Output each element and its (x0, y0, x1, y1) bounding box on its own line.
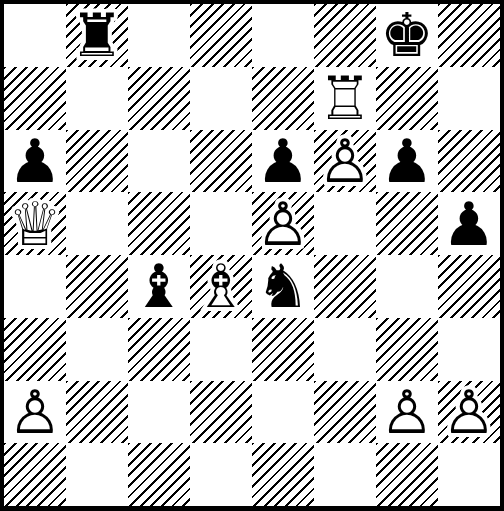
piece-halo: ♚ (376, 4, 438, 67)
square-f3[interactable] (314, 318, 376, 381)
square-c8[interactable] (128, 4, 190, 67)
square-e8[interactable] (252, 4, 314, 67)
square-c3[interactable] (128, 318, 190, 381)
square-d6[interactable] (190, 130, 252, 193)
piece-halo: ♟ (252, 192, 314, 255)
square-g5[interactable] (376, 192, 438, 255)
square-c4[interactable]: ♝♝ (128, 255, 190, 318)
piece-black-king: ♚ (376, 4, 438, 67)
square-e1[interactable] (252, 443, 314, 506)
square-b3[interactable] (66, 318, 128, 381)
piece-white-rook: ♖ (314, 67, 376, 130)
square-e5[interactable]: ♟♙ (252, 192, 314, 255)
square-f6[interactable]: ♟♙ (314, 130, 376, 193)
square-d8[interactable] (190, 4, 252, 67)
piece-halo: ♟ (438, 381, 500, 444)
piece-black-bishop: ♝ (128, 255, 190, 318)
piece-halo: ♟ (252, 130, 314, 193)
square-a2[interactable]: ♟♙ (4, 381, 66, 444)
piece-white-pawn: ♙ (4, 381, 66, 444)
square-b7[interactable] (66, 67, 128, 130)
square-e2[interactable] (252, 381, 314, 444)
square-h6[interactable] (438, 130, 500, 193)
piece-black-rook: ♜ (66, 4, 128, 67)
square-a3[interactable] (4, 318, 66, 381)
square-d5[interactable] (190, 192, 252, 255)
square-c2[interactable] (128, 381, 190, 444)
square-h4[interactable] (438, 255, 500, 318)
square-g7[interactable] (376, 67, 438, 130)
square-d2[interactable] (190, 381, 252, 444)
piece-halo: ♝ (190, 255, 252, 318)
square-h1[interactable] (438, 443, 500, 506)
square-g6[interactable]: ♟♟ (376, 130, 438, 193)
piece-halo: ♟ (314, 130, 376, 193)
square-a4[interactable] (4, 255, 66, 318)
square-f8[interactable] (314, 4, 376, 67)
square-d7[interactable] (190, 67, 252, 130)
square-h2[interactable]: ♟♙ (438, 381, 500, 444)
piece-black-pawn: ♟ (438, 192, 500, 255)
square-e4[interactable]: ♞♞ (252, 255, 314, 318)
square-e6[interactable]: ♟♟ (252, 130, 314, 193)
square-c5[interactable] (128, 192, 190, 255)
piece-black-knight: ♞ (252, 255, 314, 318)
square-h3[interactable] (438, 318, 500, 381)
square-g2[interactable]: ♟♙ (376, 381, 438, 444)
square-a1[interactable] (4, 443, 66, 506)
chess-board: ♜♜♚♚♜♖♟♟♟♟♟♙♟♟♛♕♟♙♟♟♝♝♝♗♞♞♟♙♟♙♟♙ (0, 0, 504, 511)
square-c6[interactable] (128, 130, 190, 193)
square-e3[interactable] (252, 318, 314, 381)
square-d1[interactable] (190, 443, 252, 506)
square-g8[interactable]: ♚♚ (376, 4, 438, 67)
piece-halo: ♜ (314, 67, 376, 130)
chess-diagram: ♜♜♚♚♜♖♟♟♟♟♟♙♟♟♛♕♟♙♟♟♝♝♝♗♞♞♟♙♟♙♟♙ (0, 0, 504, 511)
square-f5[interactable] (314, 192, 376, 255)
piece-halo: ♟ (4, 381, 66, 444)
square-c1[interactable] (128, 443, 190, 506)
square-g4[interactable] (376, 255, 438, 318)
square-d4[interactable]: ♝♗ (190, 255, 252, 318)
piece-white-pawn: ♙ (314, 130, 376, 193)
square-f4[interactable] (314, 255, 376, 318)
piece-white-pawn: ♙ (376, 381, 438, 444)
piece-halo: ♟ (438, 192, 500, 255)
square-b4[interactable] (66, 255, 128, 318)
square-c7[interactable] (128, 67, 190, 130)
square-a6[interactable]: ♟♟ (4, 130, 66, 193)
piece-black-pawn: ♟ (4, 130, 66, 193)
square-a8[interactable] (4, 4, 66, 67)
piece-halo: ♟ (4, 130, 66, 193)
piece-black-pawn: ♟ (252, 130, 314, 193)
square-f2[interactable] (314, 381, 376, 444)
piece-white-pawn: ♙ (252, 192, 314, 255)
piece-white-queen: ♕ (4, 192, 66, 255)
square-d3[interactable] (190, 318, 252, 381)
piece-halo: ♝ (128, 255, 190, 318)
square-b1[interactable] (66, 443, 128, 506)
square-b5[interactable] (66, 192, 128, 255)
piece-halo: ♛ (4, 192, 66, 255)
square-e7[interactable] (252, 67, 314, 130)
square-f7[interactable]: ♜♖ (314, 67, 376, 130)
square-h7[interactable] (438, 67, 500, 130)
piece-white-pawn: ♙ (438, 381, 500, 444)
square-b8[interactable]: ♜♜ (66, 4, 128, 67)
square-g1[interactable] (376, 443, 438, 506)
piece-black-pawn: ♟ (376, 130, 438, 193)
square-f1[interactable] (314, 443, 376, 506)
square-b2[interactable] (66, 381, 128, 444)
piece-white-bishop: ♗ (190, 255, 252, 318)
piece-halo: ♟ (376, 381, 438, 444)
piece-halo: ♞ (252, 255, 314, 318)
piece-halo: ♜ (66, 4, 128, 67)
square-h5[interactable]: ♟♟ (438, 192, 500, 255)
square-b6[interactable] (66, 130, 128, 193)
piece-halo: ♟ (376, 130, 438, 193)
square-h8[interactable] (438, 4, 500, 67)
square-a5[interactable]: ♛♕ (4, 192, 66, 255)
square-g3[interactable] (376, 318, 438, 381)
square-a7[interactable] (4, 67, 66, 130)
